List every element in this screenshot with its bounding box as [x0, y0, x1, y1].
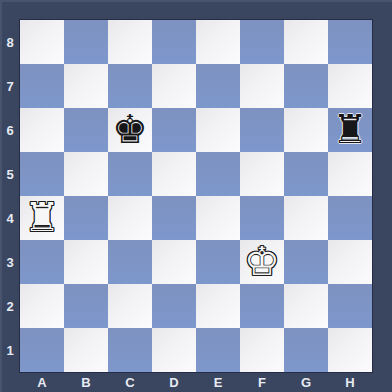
square-h3[interactable]: [328, 240, 372, 284]
square-g5[interactable]: [284, 152, 328, 196]
square-e3[interactable]: [196, 240, 240, 284]
piece-white-rook-a4[interactable]: ♜: [24, 196, 60, 239]
square-b8[interactable]: [64, 20, 108, 64]
square-f2[interactable]: [240, 284, 284, 328]
square-h7[interactable]: [328, 64, 372, 108]
file-label-f: F: [240, 372, 284, 392]
rank-label-6: 6: [0, 108, 20, 152]
square-f5[interactable]: [240, 152, 284, 196]
square-a1[interactable]: [20, 328, 64, 372]
square-e7[interactable]: [196, 64, 240, 108]
square-f6[interactable]: [240, 108, 284, 152]
square-a3[interactable]: [20, 240, 64, 284]
square-h5[interactable]: [328, 152, 372, 196]
rank-label-1: 1: [0, 328, 20, 372]
square-f1[interactable]: [240, 328, 284, 372]
square-c4[interactable]: [108, 196, 152, 240]
square-e4[interactable]: [196, 196, 240, 240]
rank-label-3: 3: [0, 240, 20, 284]
rank-label-5: 5: [0, 152, 20, 196]
piece-white-king-f3[interactable]: ♚: [244, 240, 280, 283]
square-a6[interactable]: [20, 108, 64, 152]
piece-black-rook-h6[interactable]: ♜: [332, 108, 368, 151]
square-a7[interactable]: [20, 64, 64, 108]
square-g2[interactable]: [284, 284, 328, 328]
square-b1[interactable]: [64, 328, 108, 372]
square-g7[interactable]: [284, 64, 328, 108]
square-d5[interactable]: [152, 152, 196, 196]
rank-label-4: 4: [0, 196, 20, 240]
piece-black-king-c6[interactable]: ♚: [112, 108, 148, 151]
square-d6[interactable]: [152, 108, 196, 152]
square-b4[interactable]: [64, 196, 108, 240]
file-labels: ABCDEFGH: [20, 372, 372, 392]
square-g6[interactable]: [284, 108, 328, 152]
square-f3[interactable]: ♚: [240, 240, 284, 284]
square-h1[interactable]: [328, 328, 372, 372]
square-d2[interactable]: [152, 284, 196, 328]
square-g4[interactable]: [284, 196, 328, 240]
square-b5[interactable]: [64, 152, 108, 196]
file-label-g: G: [284, 372, 328, 392]
rank-label-2: 2: [0, 284, 20, 328]
square-c3[interactable]: [108, 240, 152, 284]
square-g3[interactable]: [284, 240, 328, 284]
square-c8[interactable]: [108, 20, 152, 64]
square-c7[interactable]: [108, 64, 152, 108]
square-b7[interactable]: [64, 64, 108, 108]
square-c1[interactable]: [108, 328, 152, 372]
square-e2[interactable]: [196, 284, 240, 328]
square-e5[interactable]: [196, 152, 240, 196]
square-d8[interactable]: [152, 20, 196, 64]
board: ♚♜♜♚: [20, 20, 372, 372]
square-d3[interactable]: [152, 240, 196, 284]
square-e6[interactable]: [196, 108, 240, 152]
file-label-c: C: [108, 372, 152, 392]
square-d4[interactable]: [152, 196, 196, 240]
file-label-d: D: [152, 372, 196, 392]
square-f4[interactable]: [240, 196, 284, 240]
square-e1[interactable]: [196, 328, 240, 372]
square-d1[interactable]: [152, 328, 196, 372]
file-label-e: E: [196, 372, 240, 392]
rank-label-8: 8: [0, 20, 20, 64]
chess-diagram: 87654321 ♚♜♜♚ ABCDEFGH: [0, 0, 392, 392]
square-c2[interactable]: [108, 284, 152, 328]
square-h6[interactable]: ♜: [328, 108, 372, 152]
file-label-b: B: [64, 372, 108, 392]
square-h2[interactable]: [328, 284, 372, 328]
square-c5[interactable]: [108, 152, 152, 196]
square-a5[interactable]: [20, 152, 64, 196]
square-a8[interactable]: [20, 20, 64, 64]
square-g1[interactable]: [284, 328, 328, 372]
square-a2[interactable]: [20, 284, 64, 328]
square-f7[interactable]: [240, 64, 284, 108]
square-b6[interactable]: [64, 108, 108, 152]
square-d7[interactable]: [152, 64, 196, 108]
rank-label-7: 7: [0, 64, 20, 108]
rank-labels: 87654321: [0, 20, 20, 372]
square-c6[interactable]: ♚: [108, 108, 152, 152]
file-label-h: H: [328, 372, 372, 392]
square-e8[interactable]: [196, 20, 240, 64]
square-h4[interactable]: [328, 196, 372, 240]
file-label-a: A: [20, 372, 64, 392]
square-a4[interactable]: ♜: [20, 196, 64, 240]
square-b3[interactable]: [64, 240, 108, 284]
square-b2[interactable]: [64, 284, 108, 328]
square-h8[interactable]: [328, 20, 372, 64]
square-f8[interactable]: [240, 20, 284, 64]
square-g8[interactable]: [284, 20, 328, 64]
